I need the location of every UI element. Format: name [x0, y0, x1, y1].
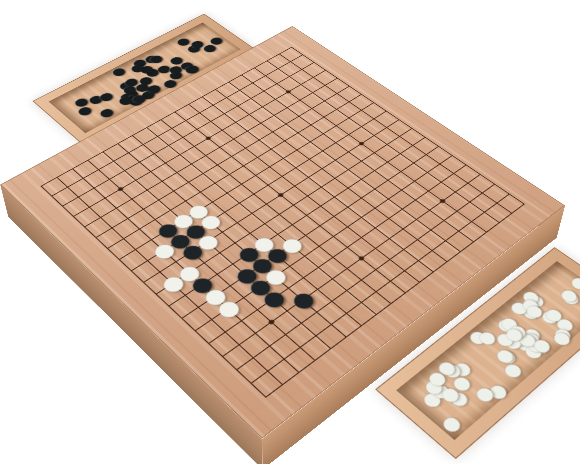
- white-stone: ●: [275, 233, 307, 257]
- go-set-product-photo: ●●●●●●●●●●●●●●●●●●●●●●●●●●●●●●●●●●●●●●●●…: [0, 0, 580, 464]
- board-cell[interactable]: [229, 286, 258, 309]
- board-cell[interactable]: [180, 319, 210, 343]
- white-stone: ●: [258, 264, 291, 289]
- board-cell[interactable]: [253, 195, 280, 214]
- board-cell[interactable]: [471, 203, 498, 223]
- board-cell[interactable]: [197, 308, 227, 332]
- tray-stone-black: ●: [96, 106, 117, 120]
- board-cell[interactable]: [203, 263, 232, 285]
- board-cell[interactable]: [375, 209, 403, 229]
- board-cell[interactable]: [293, 206, 320, 226]
- board-cell[interactable]: [290, 246, 318, 267]
- board-cell[interactable]: [269, 347, 300, 372]
- board-cell[interactable]: [445, 221, 473, 241]
- white-stone: ●: [198, 283, 231, 309]
- board-cell[interactable]: [389, 200, 416, 219]
- board-cell[interactable]: ●: [258, 288, 287, 311]
- board-cell[interactable]: ●: [288, 289, 317, 312]
- board-cell[interactable]: [272, 299, 302, 322]
- board-cell[interactable]: [390, 239, 418, 260]
- board-cell[interactable]: [286, 312, 316, 336]
- board-cell[interactable]: [334, 198, 361, 217]
- board-cell[interactable]: [332, 302, 362, 325]
- board-cell[interactable]: [333, 258, 362, 280]
- board-cell[interactable]: ●: [181, 221, 209, 241]
- board-cell[interactable]: [87, 208, 114, 228]
- board-cell[interactable]: [304, 257, 333, 279]
- board-cell[interactable]: [419, 261, 448, 283]
- board-cell[interactable]: [162, 251, 190, 272]
- board-cell[interactable]: [485, 213, 513, 233]
- board-cell[interactable]: [361, 259, 390, 281]
- board-cell[interactable]: ●: [178, 241, 206, 262]
- board-cell[interactable]: [319, 247, 347, 268]
- board-cell[interactable]: [267, 372, 298, 398]
- board-cell[interactable]: [318, 268, 347, 290]
- board-cell[interactable]: [333, 237, 361, 258]
- board-cell[interactable]: ●: [200, 285, 229, 308]
- board-cell[interactable]: [285, 335, 316, 360]
- board-cell[interactable]: [266, 205, 293, 225]
- board-cell[interactable]: ●: [158, 273, 187, 295]
- board-cell[interactable]: [236, 223, 264, 243]
- board-cell[interactable]: [405, 271, 434, 293]
- board-cell[interactable]: [511, 194, 538, 213]
- board-cell[interactable]: ●: [249, 234, 277, 255]
- board-cell[interactable]: [117, 260, 146, 282]
- black-stone: ●: [232, 242, 264, 266]
- board-cell[interactable]: [375, 228, 403, 249]
- board-cell[interactable]: [418, 240, 446, 261]
- white-stone: ●: [191, 230, 222, 253]
- white-stone: ●: [211, 295, 244, 321]
- board-cell[interactable]: [224, 333, 254, 357]
- board-cell[interactable]: [103, 199, 130, 218]
- board-cell[interactable]: [431, 231, 459, 252]
- board-cell[interactable]: [211, 203, 238, 223]
- board-cell[interactable]: [256, 310, 286, 334]
- board-cell[interactable]: [190, 252, 218, 273]
- board-cell[interactable]: ●: [196, 212, 223, 232]
- board-cell[interactable]: ●: [245, 276, 274, 298]
- board-cell[interactable]: [361, 238, 389, 259]
- board-cell[interactable]: [49, 197, 76, 216]
- board-cell[interactable]: [251, 214, 279, 234]
- board-cell[interactable]: [417, 220, 445, 240]
- board-cell[interactable]: [226, 194, 253, 213]
- board-cell[interactable]: [157, 201, 184, 221]
- board-cell[interactable]: [348, 208, 375, 228]
- board-cell[interactable]: [221, 233, 249, 254]
- board-cell[interactable]: [146, 261, 175, 283]
- board-cell[interactable]: [238, 345, 269, 370]
- board-cell[interactable]: [443, 202, 470, 222]
- board-cell[interactable]: [274, 277, 303, 299]
- board-cell[interactable]: [320, 207, 347, 227]
- board-cell[interactable]: [458, 212, 486, 232]
- board-cell[interactable]: [154, 295, 183, 318]
- board-cell[interactable]: [238, 204, 265, 224]
- board-cell[interactable]: [207, 344, 238, 369]
- board-cell[interactable]: [94, 238, 122, 259]
- board-cell[interactable]: [171, 284, 200, 307]
- board-cell[interactable]: [334, 217, 362, 237]
- board-cell[interactable]: [224, 213, 251, 233]
- board-cell[interactable]: [283, 360, 314, 386]
- board-cell[interactable]: [430, 211, 458, 231]
- white-stone: ●: [247, 232, 279, 256]
- board-cell[interactable]: ●: [165, 231, 193, 252]
- board-cell[interactable]: [376, 249, 405, 270]
- board-cell[interactable]: [390, 260, 419, 282]
- board-cell[interactable]: [460, 232, 488, 253]
- white-stone: ●: [194, 210, 225, 233]
- board-cell[interactable]: [331, 325, 361, 349]
- board-cell[interactable]: ●: [277, 235, 305, 256]
- board-cell[interactable]: [82, 227, 110, 247]
- black-stone: ●: [185, 272, 218, 297]
- board-cell[interactable]: [456, 193, 483, 212]
- board-cell[interactable]: [271, 323, 301, 347]
- board-cell[interactable]: [361, 218, 389, 238]
- board-cell[interactable]: ●: [260, 266, 289, 288]
- board-cell[interactable]: [301, 324, 331, 348]
- board-cell[interactable]: [235, 370, 266, 396]
- board-cell[interactable]: ●: [184, 202, 211, 222]
- tray-stone-white: ●: [437, 412, 465, 436]
- white-stone: ●: [147, 239, 179, 263]
- board-cell[interactable]: [433, 251, 462, 272]
- board-cell[interactable]: [110, 228, 138, 249]
- black-stone: ●: [286, 287, 319, 313]
- board-cell[interactable]: ●: [213, 297, 243, 320]
- board-cell[interactable]: [133, 250, 161, 271]
- board-cell[interactable]: ●: [247, 255, 276, 276]
- board-cell[interactable]: [264, 224, 292, 244]
- white-stone: ●: [156, 271, 188, 296]
- board-cell[interactable]: [194, 331, 224, 355]
- board-cell[interactable]: [347, 269, 376, 291]
- board-cell[interactable]: [498, 204, 525, 224]
- board-cell[interactable]: [240, 321, 270, 345]
- board-cell[interactable]: ●: [187, 274, 216, 296]
- board-cell[interactable]: [302, 301, 332, 324]
- board-cell[interactable]: [361, 199, 388, 218]
- board-cell[interactable]: [279, 215, 307, 235]
- board-cell[interactable]: [361, 281, 390, 303]
- board-cell[interactable]: [315, 336, 346, 361]
- board-cell[interactable]: [316, 313, 346, 337]
- board-cell[interactable]: [129, 271, 158, 293]
- black-stone: ●: [245, 253, 277, 277]
- board-cell[interactable]: [317, 290, 346, 313]
- black-stone: ●: [260, 243, 292, 267]
- board-cell[interactable]: [126, 219, 154, 239]
- board-cell[interactable]: [219, 253, 247, 274]
- white-stone: ●: [172, 261, 204, 286]
- black-stone: ●: [256, 286, 289, 312]
- board-cell[interactable]: [130, 200, 157, 219]
- board-cell[interactable]: [254, 334, 285, 359]
- board-cell[interactable]: ●: [153, 220, 181, 240]
- board-cell[interactable]: [250, 384, 282, 411]
- board-cell[interactable]: [289, 267, 318, 289]
- board-cell[interactable]: [416, 201, 443, 221]
- board-cell[interactable]: [473, 222, 501, 242]
- board-cell[interactable]: [199, 193, 226, 212]
- board-cell[interactable]: [221, 357, 252, 382]
- board-cell[interactable]: [141, 210, 168, 230]
- board-cell[interactable]: ●: [174, 262, 203, 284]
- board-cell[interactable]: [292, 225, 320, 245]
- goban-3d-plane: ●●●●●●●●●●●●●●●●●●●●●●●●●●●●●●●●●●●●●●●●…: [0, 26, 565, 439]
- black-stone: ●: [176, 240, 208, 264]
- board-cell[interactable]: [209, 222, 237, 242]
- board-cell[interactable]: [305, 236, 333, 257]
- white-stone: ●: [167, 209, 198, 232]
- black-stone: ●: [229, 263, 261, 288]
- white-stone: ●: [182, 200, 213, 222]
- board-cell[interactable]: [403, 230, 431, 251]
- board-cell[interactable]: [306, 216, 334, 236]
- board-cell[interactable]: [227, 309, 257, 333]
- board-cell[interactable]: [307, 197, 334, 216]
- board-cell[interactable]: [167, 307, 197, 330]
- board-cell[interactable]: [280, 196, 307, 215]
- board-cell[interactable]: [210, 320, 240, 344]
- black-stone: ●: [163, 229, 194, 252]
- board-cell[interactable]: ●: [234, 244, 262, 265]
- board-cell[interactable]: [114, 209, 141, 229]
- board-cell[interactable]: [303, 278, 332, 300]
- board-cell[interactable]: ●: [193, 232, 221, 253]
- board-cell[interactable]: [300, 348, 331, 373]
- board-cell[interactable]: [184, 296, 213, 319]
- board-cell[interactable]: [347, 291, 377, 314]
- board-cell[interactable]: [347, 227, 375, 247]
- board-cell[interactable]: [376, 292, 406, 315]
- board-cell[interactable]: [346, 314, 376, 338]
- board-cell[interactable]: [76, 198, 103, 217]
- board-cell[interactable]: ●: [150, 240, 178, 261]
- board-cell[interactable]: [320, 226, 348, 246]
- board-cell[interactable]: ●: [232, 265, 261, 287]
- board-cell[interactable]: [243, 298, 273, 321]
- board-cell[interactable]: [391, 282, 420, 305]
- board-cell[interactable]: [60, 207, 87, 227]
- board-cell[interactable]: [252, 358, 283, 384]
- black-stone: ●: [179, 219, 210, 242]
- board-cell[interactable]: [361, 303, 391, 326]
- board-cell[interactable]: [216, 275, 245, 297]
- board-cell[interactable]: [276, 256, 305, 278]
- board-cell[interactable]: [121, 239, 149, 260]
- black-stone: ●: [151, 218, 182, 241]
- scene: ●●●●●●●●●●●●●●●●●●●●●●●●●●●●●●●●●●●●●●●●…: [0, 0, 580, 464]
- board-cell[interactable]: ●: [169, 211, 196, 231]
- board-cell[interactable]: [142, 283, 171, 306]
- board-cell[interactable]: [347, 248, 375, 269]
- board-cell[interactable]: ●: [262, 245, 290, 266]
- board-cell[interactable]: [98, 218, 125, 238]
- black-stone: ●: [243, 274, 276, 299]
- board-cell[interactable]: [105, 249, 133, 270]
- board-cell[interactable]: [404, 250, 433, 271]
- board-cell[interactable]: [483, 193, 510, 212]
- board-cell[interactable]: [376, 270, 405, 292]
- board-cell[interactable]: [206, 242, 234, 263]
- board-cell[interactable]: [332, 279, 361, 301]
- board-cell[interactable]: [403, 210, 431, 230]
- board-cell[interactable]: [446, 241, 474, 262]
- board-cell[interactable]: [389, 219, 417, 239]
- board-cell[interactable]: [71, 217, 98, 237]
- board-cell[interactable]: [138, 230, 166, 251]
